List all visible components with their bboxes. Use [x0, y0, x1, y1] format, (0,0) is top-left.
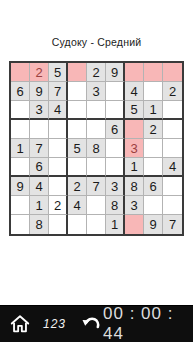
cell-r9c2[interactable]: 8	[30, 215, 49, 234]
cell-r7c7[interactable]: 8	[125, 177, 144, 196]
cell-r1c2[interactable]: 2	[30, 63, 49, 82]
cell-r9c5[interactable]	[87, 215, 106, 234]
timer-display: 00 : 00 : 44	[103, 304, 184, 342]
cell-r8c4[interactable]: 4	[68, 196, 87, 215]
cell-r6c6[interactable]	[106, 158, 125, 177]
cell-r8c1[interactable]	[11, 196, 30, 215]
cell-r7c3[interactable]	[49, 177, 68, 196]
home-icon	[9, 313, 31, 335]
cell-r5c8[interactable]	[144, 139, 163, 158]
cell-r1c4[interactable]	[68, 63, 87, 82]
cell-r2c9[interactable]: 2	[163, 82, 182, 101]
cell-r2c4[interactable]	[68, 82, 87, 101]
cell-r5c9[interactable]	[163, 139, 182, 158]
cell-r8c9[interactable]	[163, 196, 182, 215]
cell-r4c2[interactable]	[30, 120, 49, 139]
cell-r7c5[interactable]: 7	[87, 177, 106, 196]
bottom-toolbar: 123 00 : 00 : 44	[0, 305, 193, 342]
cell-r6c5[interactable]	[87, 158, 106, 177]
cell-r7c8[interactable]: 6	[144, 177, 163, 196]
cell-r6c3[interactable]	[49, 158, 68, 177]
cell-r8c5[interactable]	[87, 196, 106, 215]
cell-r6c4[interactable]	[68, 158, 87, 177]
cell-r2c3[interactable]: 7	[49, 82, 68, 101]
cell-r1c1[interactable]	[11, 63, 30, 82]
cell-r4c4[interactable]	[68, 120, 87, 139]
cell-r2c2[interactable]: 9	[30, 82, 49, 101]
cell-r8c3[interactable]: 2	[49, 196, 68, 215]
home-button[interactable]	[9, 313, 31, 335]
cell-r2c8[interactable]	[144, 82, 163, 101]
cell-r9c4[interactable]	[68, 215, 87, 234]
cell-r9c7[interactable]	[125, 215, 144, 234]
sudoku-app-screen: Судоку - Средний 25296973423451621758361…	[0, 0, 193, 342]
cell-r5c3[interactable]	[49, 139, 68, 158]
cell-r3c9[interactable]	[163, 101, 182, 120]
cell-r2c1[interactable]: 6	[11, 82, 30, 101]
cell-r6c8[interactable]	[144, 158, 163, 177]
cell-r8c2[interactable]: 1	[30, 196, 49, 215]
cell-r7c6[interactable]: 3	[106, 177, 125, 196]
cell-r2c7[interactable]: 4	[125, 82, 144, 101]
number-pad-button[interactable]: 123	[43, 317, 66, 331]
cell-r6c9[interactable]: 4	[163, 158, 182, 177]
cell-r9c8[interactable]: 9	[144, 215, 163, 234]
cell-r8c8[interactable]	[144, 196, 163, 215]
cell-r3c1[interactable]	[11, 101, 30, 120]
cell-r3c3[interactable]: 4	[49, 101, 68, 120]
cell-r3c8[interactable]: 1	[144, 101, 163, 120]
cell-r4c6[interactable]: 6	[106, 120, 125, 139]
cell-r7c2[interactable]: 4	[30, 177, 49, 196]
cell-r4c5[interactable]	[87, 120, 106, 139]
cell-r1c3[interactable]: 5	[49, 63, 68, 82]
cell-r1c6[interactable]: 9	[106, 63, 125, 82]
cell-r3c4[interactable]	[68, 101, 87, 120]
cell-r1c7[interactable]	[125, 63, 144, 82]
cell-r9c6[interactable]: 1	[106, 215, 125, 234]
cell-r3c6[interactable]	[106, 101, 125, 120]
cell-r3c7[interactable]: 5	[125, 101, 144, 120]
cell-r6c1[interactable]	[11, 158, 30, 177]
cell-r6c7[interactable]: 1	[125, 158, 144, 177]
cell-r2c5[interactable]: 3	[87, 82, 106, 101]
cell-r4c9[interactable]	[163, 120, 182, 139]
cell-r8c6[interactable]: 8	[106, 196, 125, 215]
cell-r9c9[interactable]: 7	[163, 215, 182, 234]
cell-r7c4[interactable]: 2	[68, 177, 87, 196]
cell-r8c7[interactable]: 3	[125, 196, 144, 215]
cell-r6c2[interactable]: 6	[30, 158, 49, 177]
sudoku-board: 2529697342345162175836149427386124838197	[9, 61, 184, 236]
cell-r9c1[interactable]	[11, 215, 30, 234]
undo-icon	[80, 313, 103, 336]
cell-r1c5[interactable]: 2	[87, 63, 106, 82]
cell-r3c5[interactable]	[87, 101, 106, 120]
cell-r5c6[interactable]	[106, 139, 125, 158]
undo-button[interactable]	[80, 313, 103, 336]
cell-r4c1[interactable]	[11, 120, 30, 139]
cell-r1c9[interactable]	[163, 63, 182, 82]
cell-r5c5[interactable]: 8	[87, 139, 106, 158]
page-title: Судоку - Средний	[0, 36, 193, 48]
cell-r9c3[interactable]	[49, 215, 68, 234]
cell-r5c4[interactable]: 5	[68, 139, 87, 158]
cell-r7c1[interactable]: 9	[11, 177, 30, 196]
cell-r5c2[interactable]: 7	[30, 139, 49, 158]
cell-r4c8[interactable]: 2	[144, 120, 163, 139]
cell-r5c7[interactable]: 3	[125, 139, 144, 158]
cell-r5c1[interactable]: 1	[11, 139, 30, 158]
cell-r4c3[interactable]	[49, 120, 68, 139]
cell-r4c7[interactable]	[125, 120, 144, 139]
cell-r3c2[interactable]: 3	[30, 101, 49, 120]
cell-r7c9[interactable]	[163, 177, 182, 196]
cell-r2c6[interactable]	[106, 82, 125, 101]
cell-r1c8[interactable]	[144, 63, 163, 82]
